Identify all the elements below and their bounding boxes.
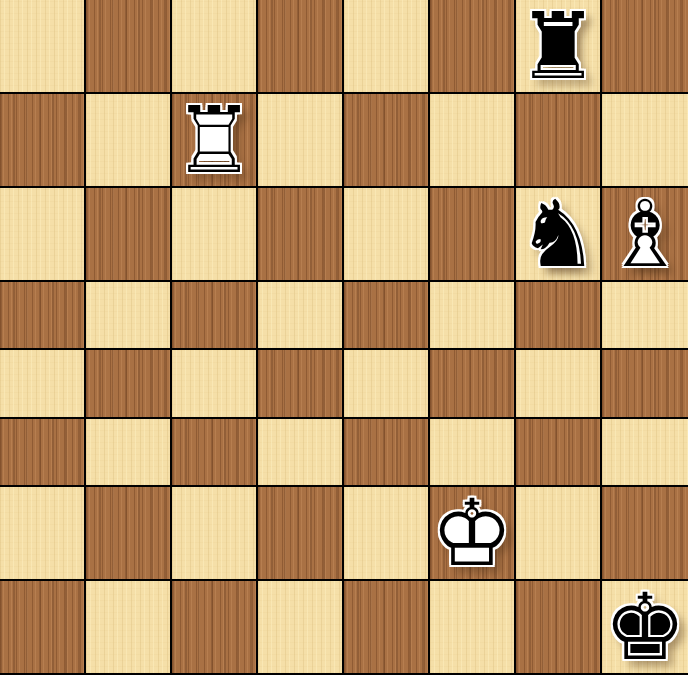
square-f3[interactable] [430, 419, 516, 487]
chess-board: ♜♜♖♞♝♗♚♔♚ [0, 0, 688, 675]
white-king[interactable]: ♚♔ [431, 488, 513, 580]
square-c3[interactable] [172, 419, 258, 487]
square-f7[interactable] [430, 94, 516, 188]
piece-glyph: ♞ [517, 189, 599, 281]
square-h1[interactable]: ♚ [602, 581, 688, 675]
square-b7[interactable] [86, 94, 172, 188]
square-e8[interactable] [344, 0, 430, 94]
square-a3[interactable] [0, 419, 86, 487]
square-g6[interactable]: ♞ [516, 188, 602, 282]
square-f4[interactable] [430, 350, 516, 418]
piece-outline-layer: ♔ [431, 488, 513, 580]
square-b4[interactable] [86, 350, 172, 418]
square-b1[interactable] [86, 581, 172, 675]
white-rook[interactable]: ♜♖ [173, 95, 255, 187]
square-h7[interactable] [602, 94, 688, 188]
square-f6[interactable] [430, 188, 516, 282]
square-e7[interactable] [344, 94, 430, 188]
square-e4[interactable] [344, 350, 430, 418]
square-d3[interactable] [258, 419, 344, 487]
square-g8[interactable]: ♜ [516, 0, 602, 94]
square-g1[interactable] [516, 581, 602, 675]
square-h2[interactable] [602, 487, 688, 581]
piece-outline-layer: ♖ [173, 95, 255, 187]
square-h3[interactable] [602, 419, 688, 487]
square-a8[interactable] [0, 0, 86, 94]
square-e5[interactable] [344, 282, 430, 350]
square-b2[interactable] [86, 487, 172, 581]
piece-glyph: ♜ [517, 1, 599, 93]
square-a6[interactable] [0, 188, 86, 282]
square-g5[interactable] [516, 282, 602, 350]
black-king[interactable]: ♚ [604, 582, 686, 674]
square-h6[interactable]: ♝♗ [602, 188, 688, 282]
square-c4[interactable] [172, 350, 258, 418]
square-f2[interactable]: ♚♔ [430, 487, 516, 581]
square-e3[interactable] [344, 419, 430, 487]
square-g4[interactable] [516, 350, 602, 418]
square-a4[interactable] [0, 350, 86, 418]
square-b6[interactable] [86, 188, 172, 282]
black-knight[interactable]: ♞ [517, 189, 599, 281]
square-h4[interactable] [602, 350, 688, 418]
square-h5[interactable] [602, 282, 688, 350]
square-e6[interactable] [344, 188, 430, 282]
square-c7[interactable]: ♜♖ [172, 94, 258, 188]
piece-glyph: ♚ [604, 582, 686, 674]
square-a2[interactable] [0, 487, 86, 581]
square-d7[interactable] [258, 94, 344, 188]
square-f1[interactable] [430, 581, 516, 675]
square-f5[interactable] [430, 282, 516, 350]
square-c1[interactable] [172, 581, 258, 675]
square-a1[interactable] [0, 581, 86, 675]
square-h8[interactable] [602, 0, 688, 94]
square-b8[interactable] [86, 0, 172, 94]
square-g3[interactable] [516, 419, 602, 487]
square-e2[interactable] [344, 487, 430, 581]
square-e1[interactable] [344, 581, 430, 675]
square-a7[interactable] [0, 94, 86, 188]
square-d6[interactable] [258, 188, 344, 282]
square-c5[interactable] [172, 282, 258, 350]
square-f8[interactable] [430, 0, 516, 94]
square-d1[interactable] [258, 581, 344, 675]
square-c6[interactable] [172, 188, 258, 282]
white-bishop[interactable]: ♝♗ [604, 189, 686, 281]
square-a5[interactable] [0, 282, 86, 350]
square-d2[interactable] [258, 487, 344, 581]
black-rook[interactable]: ♜ [517, 1, 599, 93]
square-b3[interactable] [86, 419, 172, 487]
square-b5[interactable] [86, 282, 172, 350]
square-d8[interactable] [258, 0, 344, 94]
square-c8[interactable] [172, 0, 258, 94]
square-c2[interactable] [172, 487, 258, 581]
square-g7[interactable] [516, 94, 602, 188]
square-d5[interactable] [258, 282, 344, 350]
piece-outline-layer: ♗ [604, 189, 686, 281]
square-g2[interactable] [516, 487, 602, 581]
square-d4[interactable] [258, 350, 344, 418]
